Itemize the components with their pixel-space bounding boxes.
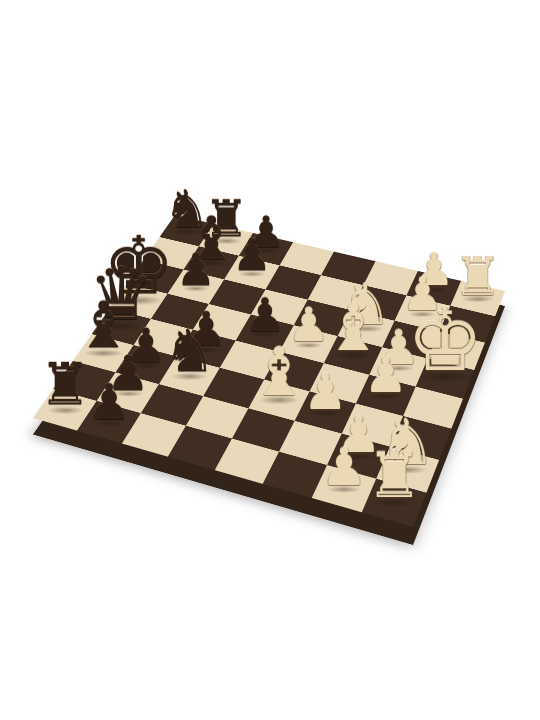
white-rook-a1: ♜ — [366, 445, 422, 507]
white-pawn-a2: ♟ — [321, 441, 368, 493]
black-pawn-f7: ♟ — [176, 247, 216, 291]
white-bishop-c4: ♝ — [249, 338, 309, 404]
king-icon: ♚ — [407, 298, 484, 383]
black-knight-c6: ♞ — [163, 322, 216, 381]
knight-icon: ♞ — [163, 322, 216, 381]
white-king-e1: ♚ — [407, 298, 484, 383]
black-rook-a8: ♜ — [39, 357, 91, 415]
rook-icon: ♜ — [366, 445, 422, 507]
product-photo: ♜♝♛♚♞♟♟♟♟♝♜♞♟♟♟♟♝♟♟♝♞♟♟♟♟♟♟♜♞♚♜ — [0, 0, 540, 720]
pawn-icon: ♟ — [176, 247, 216, 291]
rook-icon: ♜ — [39, 357, 91, 415]
white-pawn-d2: ♟ — [364, 351, 408, 400]
black-pawn-g6: ♟ — [232, 233, 271, 277]
bishop-icon: ♝ — [249, 338, 309, 404]
pawn-icon: ♟ — [321, 441, 368, 493]
black-pawn-e5: ♟ — [244, 292, 285, 338]
black-pawn-a7: ♟ — [87, 377, 131, 426]
pawn-icon: ♟ — [232, 233, 271, 277]
pawn-icon: ♟ — [244, 292, 285, 338]
pawn-icon: ♟ — [364, 351, 408, 400]
pawn-icon: ♟ — [87, 377, 131, 426]
